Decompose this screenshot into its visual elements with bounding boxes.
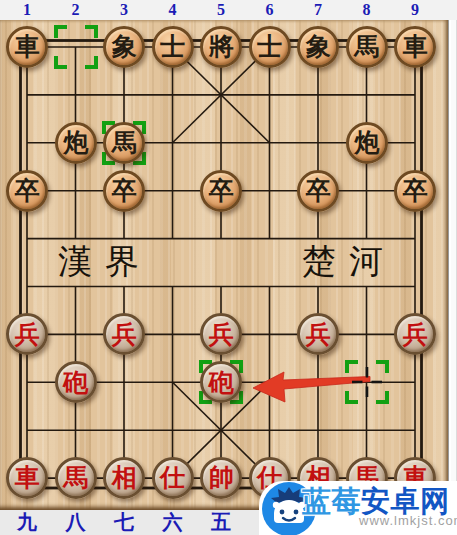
piece-character: 砲 <box>209 370 234 395</box>
top-coordinate-1: 1 <box>23 0 31 20</box>
piece-character: 象 <box>306 34 331 59</box>
red-piece-車[interactable]: 車 <box>6 457 48 499</box>
piece-character: 兵 <box>403 322 428 347</box>
piece-character: 士 <box>257 34 282 59</box>
bottom-coordinates: 九八七六五四三二一 <box>0 510 457 535</box>
piece-character: 馬 <box>354 465 379 490</box>
top-coordinate-5: 5 <box>217 0 225 20</box>
black-piece-卒[interactable]: 卒 <box>297 170 339 212</box>
red-piece-馬[interactable]: 馬 <box>55 457 97 499</box>
bottom-coordinate-7: 三 <box>308 510 328 535</box>
black-piece-將[interactable]: 將 <box>200 26 242 68</box>
piece-character: 車 <box>403 465 428 490</box>
bottom-coordinate-3: 七 <box>114 510 134 535</box>
xiangqi-app-window: 123456789 漢界 楚河 車象士將士象馬車炮馬炮卒卒卒卒卒兵兵兵兵兵砲砲車… <box>0 0 457 535</box>
piece-character: 將 <box>209 34 234 59</box>
black-piece-炮[interactable]: 炮 <box>346 122 388 164</box>
piece-character: 卒 <box>112 178 137 203</box>
piece-character: 相 <box>306 465 331 490</box>
piece-character: 車 <box>403 34 428 59</box>
piece-character: 兵 <box>112 322 137 347</box>
red-piece-兵[interactable]: 兵 <box>200 313 242 355</box>
piece-character: 砲 <box>63 370 88 395</box>
piece-character: 士 <box>160 34 185 59</box>
piece-character: 卒 <box>15 178 40 203</box>
red-piece-兵[interactable]: 兵 <box>297 313 339 355</box>
piece-character: 馬 <box>112 130 137 155</box>
top-coordinate-6: 6 <box>266 0 274 20</box>
top-coordinate-8: 8 <box>363 0 371 20</box>
piece-character: 象 <box>112 34 137 59</box>
red-piece-兵[interactable]: 兵 <box>103 313 145 355</box>
black-piece-車[interactable]: 車 <box>6 26 48 68</box>
red-piece-車[interactable]: 車 <box>394 457 436 499</box>
top-coordinate-3: 3 <box>120 0 128 20</box>
piece-character: 相 <box>112 465 137 490</box>
red-piece-相[interactable]: 相 <box>297 457 339 499</box>
piece-character: 仕 <box>160 465 185 490</box>
top-coordinate-9: 9 <box>411 0 419 20</box>
piece-character: 卒 <box>403 178 428 203</box>
piece-character: 兵 <box>209 322 234 347</box>
black-piece-士[interactable]: 士 <box>152 26 194 68</box>
piece-character: 兵 <box>306 322 331 347</box>
piece-character: 兵 <box>15 322 40 347</box>
red-piece-兵[interactable]: 兵 <box>6 313 48 355</box>
xiangqi-board[interactable]: 漢界 楚河 車象士將士象馬車炮馬炮卒卒卒卒卒兵兵兵兵兵砲砲車馬相仕帥仕相馬車 <box>0 20 448 510</box>
black-piece-象[interactable]: 象 <box>297 26 339 68</box>
black-piece-卒[interactable]: 卒 <box>6 170 48 212</box>
top-coordinates: 123456789 <box>0 0 457 20</box>
red-piece-砲[interactable]: 砲 <box>55 361 97 403</box>
red-piece-兵[interactable]: 兵 <box>394 313 436 355</box>
top-coordinate-4: 4 <box>169 0 177 20</box>
piece-character: 車 <box>15 34 40 59</box>
window-edge-strip <box>448 20 457 535</box>
piece-character: 炮 <box>63 130 88 155</box>
black-piece-車[interactable]: 車 <box>394 26 436 68</box>
bottom-coordinate-9: 一 <box>405 510 425 535</box>
black-piece-馬[interactable]: 馬 <box>103 122 145 164</box>
piece-character: 帥 <box>209 465 234 490</box>
black-piece-馬[interactable]: 馬 <box>346 26 388 68</box>
piece-grid: 車象士將士象馬車炮馬炮卒卒卒卒卒兵兵兵兵兵砲砲車馬相仕帥仕相馬車 <box>3 23 440 502</box>
piece-character: 卒 <box>306 178 331 203</box>
black-piece-卒[interactable]: 卒 <box>200 170 242 212</box>
red-piece-馬[interactable]: 馬 <box>346 457 388 499</box>
black-piece-卒[interactable]: 卒 <box>394 170 436 212</box>
top-coordinate-7: 7 <box>314 0 322 20</box>
piece-character: 車 <box>15 465 40 490</box>
piece-character: 炮 <box>354 130 379 155</box>
bottom-coordinate-8: 二 <box>357 510 377 535</box>
bottom-coordinate-5: 五 <box>211 510 231 535</box>
red-piece-仕[interactable]: 仕 <box>152 457 194 499</box>
black-piece-象[interactable]: 象 <box>103 26 145 68</box>
last-move-marker <box>53 24 99 70</box>
black-piece-炮[interactable]: 炮 <box>55 122 97 164</box>
top-coordinate-2: 2 <box>72 0 80 20</box>
red-piece-相[interactable]: 相 <box>103 457 145 499</box>
piece-character: 仕 <box>257 465 282 490</box>
bottom-coordinate-2: 八 <box>66 510 86 535</box>
bottom-coordinate-1: 九 <box>17 510 37 535</box>
piece-character: 卒 <box>209 178 234 203</box>
red-piece-帥[interactable]: 帥 <box>200 457 242 499</box>
black-piece-士[interactable]: 士 <box>249 26 291 68</box>
crosshair-cursor-icon <box>350 365 384 399</box>
red-piece-仕[interactable]: 仕 <box>249 457 291 499</box>
piece-character: 馬 <box>354 34 379 59</box>
bottom-coordinate-4: 六 <box>163 510 183 535</box>
black-piece-卒[interactable]: 卒 <box>103 170 145 212</box>
piece-character: 馬 <box>63 465 88 490</box>
bottom-coordinate-6: 四 <box>260 510 280 535</box>
